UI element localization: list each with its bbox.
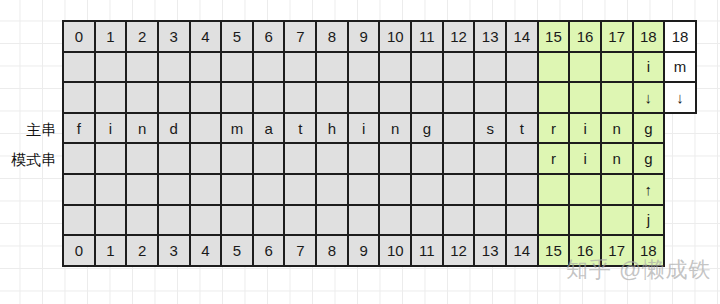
index-bottom-row-cell-c7: 7 [285,236,317,267]
pointer-j-row-cell-c13 [475,206,507,237]
pointer-j-row-cell-c6 [254,206,286,237]
pattern-string-row-cell-c10 [380,144,412,175]
arrow-up-row-cell-c1 [96,175,128,206]
index-top-row-cell-c10: 10 [380,22,412,53]
arrow-down-row-cell-c15 [539,83,571,114]
pattern-string-row-cell-c16: i [570,144,602,175]
arrow-up-row-cell-c17 [602,175,634,206]
pointer-i-row-cell-c16 [570,53,602,84]
arrow-down-row-cell-c3 [159,83,191,114]
pointer-i-row-cell-c4 [191,53,223,84]
arrow-down-row-cell-c16 [570,83,602,114]
pointer-j-row-cell-c19 [665,206,697,237]
index-bottom-row-cell-c9: 9 [349,236,381,267]
index-top-row-cell-c14: 14 [507,22,539,53]
index-top-row-cell-c9: 9 [349,22,381,53]
index-top-row-cell-c13: 13 [475,22,507,53]
index-top-row-cell-c19: 18 [665,22,697,53]
index-top-row-cell-c6: 6 [254,22,286,53]
main-string-row-cell-c8: h [317,114,349,145]
arrow-up-row-cell-c0 [64,175,96,206]
pattern-string-row-cell-c6 [254,144,286,175]
index-bottom-row-cell-c8: 8 [317,236,349,267]
arrow-down-row-cell-c5 [222,83,254,114]
arrow-down-row-cell-c18: ↓ [634,83,666,114]
arrow-down-row-cell-c8 [317,83,349,114]
arrow-down-row-cell-c4 [191,83,223,114]
pointer-i-row-cell-c13 [475,53,507,84]
pointer-i-row-cell-c10 [380,53,412,84]
arrow-down-row-cell-c0 [64,83,96,114]
pointer-j-row-cell-c0 [64,206,96,237]
main-string-row-cell-c15: r [539,114,571,145]
pointer-i-row-cell-c2 [127,53,159,84]
pointer-j-row-cell-c10 [380,206,412,237]
index-bottom-row-cell-c11: 11 [412,236,444,267]
main-string-row-cell-c9: i [349,114,381,145]
pointer-j-row-cell-c14 [507,206,539,237]
pointer-i-row-cell-c17 [602,53,634,84]
page: { "game": "brute-force string matching (… [0,0,720,304]
index-top-row-cell-c7: 7 [285,22,317,53]
index-bottom-row-cell-c16: 16 [570,236,602,267]
main-string-row-cell-c14: t [507,114,539,145]
arrow-up-row-cell-c4 [191,175,223,206]
pointer-j-row-cell-c15 [539,206,571,237]
main-string-row-cell-c11: g [412,114,444,145]
index-top-row-cell-c16: 16 [570,22,602,53]
arrow-down-row-cell-c11 [412,83,444,114]
pointer-i-row-cell-c1 [96,53,128,84]
index-bottom-row-cell-c15: 15 [539,236,571,267]
pattern-string-row-cell-c13 [475,144,507,175]
pattern-string-row-cell-c14 [507,144,539,175]
pattern-string-row-cell-c11 [412,144,444,175]
pattern-string-row-cell-c5 [222,144,254,175]
pointer-j-row-cell-c18: j [634,206,666,237]
arrow-up-row-cell-c11 [412,175,444,206]
arrow-up-row-cell-c6 [254,175,286,206]
pattern-string-row-cell-c0 [64,144,96,175]
arrow-down-row-cell-c13 [475,83,507,114]
arrow-up-row-cell-c15 [539,175,571,206]
pointer-i-row-cell-c6 [254,53,286,84]
pointer-j-row-cell-c4 [191,206,223,237]
match-grid: 012345678910111213141516171818im↓↓findma… [62,20,697,267]
index-top-row-cell-c5: 5 [222,22,254,53]
pointer-i-row-cell-c5 [222,53,254,84]
index-bottom-row-cell-c10: 10 [380,236,412,267]
pointer-i-row-cell-c18: i [634,53,666,84]
pointer-i-row-cell-c19: m [665,53,697,84]
pattern-string-row-cell-c19 [665,144,697,175]
pointer-i-row-cell-c8 [317,53,349,84]
pattern-string-label: 模式串 [0,151,56,170]
index-bottom-row-cell-c14: 14 [507,236,539,267]
pointer-j-row-cell-c17 [602,206,634,237]
main-string-row-cell-c4 [191,114,223,145]
pattern-string-row-cell-c15: r [539,144,571,175]
main-string-row-cell-c6: a [254,114,286,145]
pattern-string-row-cell-c18: g [634,144,666,175]
arrow-up-row-cell-c19 [665,175,697,206]
index-top-row-cell-c1: 1 [96,22,128,53]
pattern-string-row-cell-c4 [191,144,223,175]
index-bottom-row-cell-c2: 2 [127,236,159,267]
index-top-row-cell-c15: 15 [539,22,571,53]
main-string-row-cell-c10: n [380,114,412,145]
arrow-down-row-cell-c10 [380,83,412,114]
index-top-row-cell-c12: 12 [444,22,476,53]
pattern-string-row-cell-c7 [285,144,317,175]
index-bottom-row-cell-c4: 4 [191,236,223,267]
main-string-label: 主串 [0,121,56,140]
index-top-row-cell-c17: 17 [602,22,634,53]
arrow-up-row-cell-c2 [127,175,159,206]
main-string-row-cell-c1: i [96,114,128,145]
main-string-row-cell-c18: g [634,114,666,145]
index-top-row-cell-c11: 11 [412,22,444,53]
pointer-j-row-cell-c16 [570,206,602,237]
pointer-j-row-cell-c12 [444,206,476,237]
arrow-down-row-cell-c12 [444,83,476,114]
index-bottom-row-cell-c17: 17 [602,236,634,267]
index-bottom-row-cell-c1: 1 [96,236,128,267]
index-bottom-row-cell-c6: 6 [254,236,286,267]
arrow-down-row-cell-c6 [254,83,286,114]
pointer-i-row-cell-c14 [507,53,539,84]
arrow-up-row-cell-c12 [444,175,476,206]
main-string-row-cell-c2: n [127,114,159,145]
pointer-i-row-cell-c7 [285,53,317,84]
main-string-row-cell-c17: n [602,114,634,145]
pattern-string-row-cell-c2 [127,144,159,175]
arrow-up-row-cell-c9 [349,175,381,206]
pattern-string-row-cell-c3 [159,144,191,175]
arrow-up-row-cell-c18: ↑ [634,175,666,206]
pointer-j-row-cell-c9 [349,206,381,237]
index-top-row-cell-c2: 2 [127,22,159,53]
arrow-down-row-cell-c1 [96,83,128,114]
pointer-j-row-cell-c7 [285,206,317,237]
arrow-down-row-cell-c19: ↓ [665,83,697,114]
index-top-row-cell-c4: 4 [191,22,223,53]
pointer-i-row-cell-c11 [412,53,444,84]
arrow-down-row-cell-c17 [602,83,634,114]
pointer-j-row-cell-c1 [96,206,128,237]
index-top-row-cell-c8: 8 [317,22,349,53]
index-top-row-cell-c0: 0 [64,22,96,53]
main-string-row-cell-c19 [665,114,697,145]
arrow-up-row-cell-c7 [285,175,317,206]
pointer-j-row-cell-c11 [412,206,444,237]
index-bottom-row-cell-c18: 18 [634,236,666,267]
pattern-string-row-cell-c17: n [602,144,634,175]
arrow-up-row-cell-c5 [222,175,254,206]
main-string-row-cell-c16: i [570,114,602,145]
main-string-row-cell-c13: s [475,114,507,145]
index-bottom-row-cell-c19 [665,236,697,267]
pointer-j-row-cell-c2 [127,206,159,237]
pattern-string-row-cell-c1 [96,144,128,175]
index-bottom-row-cell-c13: 13 [475,236,507,267]
index-top-row-cell-c3: 3 [159,22,191,53]
pattern-string-row-cell-c12 [444,144,476,175]
pointer-j-row-cell-c3 [159,206,191,237]
index-bottom-row-cell-c0: 0 [64,236,96,267]
arrow-up-row-cell-c8 [317,175,349,206]
main-string-row-cell-c0: f [64,114,96,145]
pointer-i-row-cell-c9 [349,53,381,84]
arrow-up-row-cell-c3 [159,175,191,206]
arrow-up-row-cell-c14 [507,175,539,206]
pattern-string-row-cell-c9 [349,144,381,175]
pointer-i-row-cell-c15 [539,53,571,84]
arrow-up-row-cell-c10 [380,175,412,206]
main-string-row-cell-c3: d [159,114,191,145]
pattern-string-row-cell-c8 [317,144,349,175]
index-bottom-row-cell-c12: 12 [444,236,476,267]
index-bottom-row-cell-c3: 3 [159,236,191,267]
index-bottom-row-cell-c5: 5 [222,236,254,267]
arrow-down-row-cell-c9 [349,83,381,114]
index-top-row-cell-c18: 18 [634,22,666,53]
main-string-row-cell-c12 [444,114,476,145]
pointer-i-row-cell-c12 [444,53,476,84]
pointer-i-row-cell-c0 [64,53,96,84]
main-string-row-cell-c7: t [285,114,317,145]
arrow-down-row-cell-c2 [127,83,159,114]
arrow-down-row-cell-c14 [507,83,539,114]
main-string-row-cell-c5: m [222,114,254,145]
pointer-j-row-cell-c5 [222,206,254,237]
arrow-up-row-cell-c13 [475,175,507,206]
arrow-up-row-cell-c16 [570,175,602,206]
pointer-j-row-cell-c8 [317,206,349,237]
pointer-i-row-cell-c3 [159,53,191,84]
arrow-down-row-cell-c7 [285,83,317,114]
